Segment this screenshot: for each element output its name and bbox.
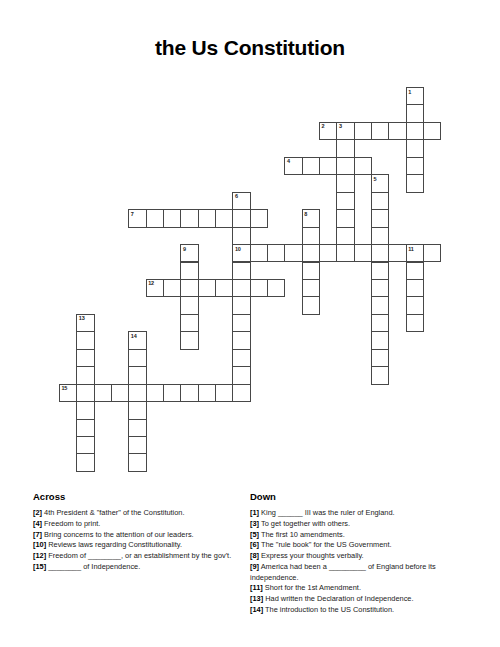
cell-r11-c11[interactable]	[250, 279, 268, 297]
cell-r13-c7[interactable]	[180, 314, 198, 332]
clues-down-section: Down [1] King ______ III was the ruler o…	[250, 491, 456, 616]
cell-r15-c18[interactable]	[371, 349, 389, 367]
cell-r17-c2[interactable]	[94, 384, 112, 402]
across-clue-list: [2] 4th President & "father" of the Cons…	[33, 508, 249, 573]
cell-r9-c11[interactable]	[250, 244, 268, 262]
clue-down-3: [3] To get together with others.	[250, 519, 456, 530]
cell-r18-c4[interactable]	[128, 401, 146, 419]
clue-across-10: [10] Reviews laws regarding Constitution…	[33, 540, 249, 551]
cell-r5-c16[interactable]	[336, 174, 354, 192]
cell-r15-c4[interactable]	[128, 349, 146, 367]
cell-r11-c10[interactable]	[232, 279, 250, 297]
cell-r3-c16[interactable]	[336, 139, 354, 157]
cell-r10-c14[interactable]	[302, 262, 320, 280]
cell-r9-c7[interactable]: 9	[180, 244, 198, 262]
clue-number-13: 13	[79, 315, 85, 321]
clue-across-12: [12] Freedom of ________, or an establis…	[33, 551, 249, 562]
clue-number-14: 14	[131, 333, 137, 339]
cell-r16-c10[interactable]	[232, 366, 250, 384]
cell-r11-c12[interactable]	[267, 279, 285, 297]
clue-number-6: 6	[235, 193, 238, 199]
cell-r2-c19[interactable]	[388, 122, 406, 140]
cell-r7-c7[interactable]	[180, 209, 198, 227]
cell-r17-c10[interactable]	[232, 384, 250, 402]
cell-r14-c4[interactable]: 14	[128, 331, 146, 349]
cell-r7-c18[interactable]	[371, 209, 389, 227]
cell-r10-c7[interactable]	[180, 262, 198, 280]
cell-r17-c7[interactable]	[180, 384, 198, 402]
cell-r12-c20[interactable]	[406, 296, 424, 314]
cell-r14-c18[interactable]	[371, 331, 389, 349]
cell-r7-c8[interactable]	[198, 209, 216, 227]
down-header: Down	[250, 491, 456, 502]
clue-down-13: [13] Had written the Declaration of Inde…	[250, 594, 456, 605]
cell-r8-c16[interactable]	[336, 227, 354, 245]
clue-down-14: [14] The introduction to the US Constitu…	[250, 605, 456, 616]
clues-across-section: Across [2] 4th President & "father" of t…	[33, 491, 249, 573]
crossword-page: the Us Constitution 12345678910111213141…	[0, 0, 500, 647]
clue-number-11: 11	[408, 246, 413, 252]
clue-number-1: 1	[408, 89, 411, 95]
cell-r4-c16[interactable]	[336, 157, 354, 175]
cell-r10-c18[interactable]	[371, 262, 389, 280]
cell-r2-c20[interactable]	[406, 122, 424, 140]
cell-r4-c17[interactable]	[354, 157, 372, 175]
cell-r11-c7[interactable]	[180, 279, 198, 297]
cell-r21-c4[interactable]	[128, 453, 146, 471]
clue-number-3: 3	[339, 123, 342, 129]
cell-r3-c20[interactable]	[406, 139, 424, 157]
cell-r15-c10[interactable]	[232, 349, 250, 367]
cell-r14-c10[interactable]	[232, 331, 250, 349]
cell-r6-c10[interactable]: 6	[232, 192, 250, 210]
cell-r11-c14[interactable]	[302, 279, 320, 297]
cell-r9-c21[interactable]	[423, 244, 441, 262]
cell-r11-c20[interactable]	[406, 279, 424, 297]
clue-down-8: [8] Express your thoughts verbally.	[250, 551, 456, 562]
cell-r11-c5[interactable]: 12	[146, 279, 164, 297]
cell-r17-c1[interactable]	[76, 384, 94, 402]
cell-r5-c20[interactable]	[406, 174, 424, 192]
cell-r1-c20[interactable]	[406, 104, 424, 122]
clue-number-9: 9	[183, 246, 186, 252]
clue-across-7: [7] Bring concerns to the attention of o…	[33, 530, 249, 541]
cell-r13-c10[interactable]	[232, 314, 250, 332]
clue-down-1: [1] King ______ III was the ruler of Eng…	[250, 508, 456, 519]
cell-r12-c10[interactable]	[232, 296, 250, 314]
cell-r4-c20[interactable]	[406, 157, 424, 175]
cell-r11-c6[interactable]	[163, 279, 181, 297]
clue-across-15: [15] ________ of Independence.	[33, 562, 249, 573]
cell-r19-c1[interactable]	[76, 419, 94, 437]
cell-r9-c12[interactable]	[267, 244, 285, 262]
cell-r11-c18[interactable]	[371, 279, 389, 297]
cell-r10-c10[interactable]	[232, 262, 250, 280]
clue-number-15: 15	[62, 385, 68, 391]
cell-r4-c13[interactable]: 4	[284, 157, 302, 175]
cell-r18-c1[interactable]	[76, 401, 94, 419]
cell-r9-c17[interactable]	[354, 244, 372, 262]
cell-r14-c7[interactable]	[180, 331, 198, 349]
cell-r8-c10[interactable]	[232, 227, 250, 245]
cell-r6-c16[interactable]	[336, 192, 354, 210]
cell-r17-c0[interactable]: 15	[59, 384, 77, 402]
cell-r7-c5[interactable]	[146, 209, 164, 227]
cell-r2-c21[interactable]	[423, 122, 441, 140]
cell-r7-c14[interactable]: 8	[302, 209, 320, 227]
cell-r19-c4[interactable]	[128, 419, 146, 437]
cell-r14-c1[interactable]	[76, 331, 94, 349]
cell-r2-c17[interactable]	[354, 122, 372, 140]
clue-number-5: 5	[374, 176, 377, 182]
cell-r15-c1[interactable]	[76, 349, 94, 367]
clue-number-8: 8	[304, 211, 307, 217]
cell-r17-c9[interactable]	[215, 384, 233, 402]
clue-down-11: [11] Short for the 1st Amendment.	[250, 583, 456, 594]
cell-r16-c1[interactable]	[76, 366, 94, 384]
cell-r16-c18[interactable]	[371, 366, 389, 384]
cell-r12-c14[interactable]	[302, 296, 320, 314]
clue-across-2: [2] 4th President & "father" of the Cons…	[33, 508, 249, 519]
cell-r6-c18[interactable]	[371, 192, 389, 210]
cell-r2-c15[interactable]: 2	[319, 122, 337, 140]
cell-r7-c9[interactable]	[215, 209, 233, 227]
cell-r7-c10[interactable]	[232, 209, 250, 227]
cell-r13-c1[interactable]: 13	[76, 314, 94, 332]
cell-r9-c16[interactable]	[336, 244, 354, 262]
cell-r4-c15[interactable]	[319, 157, 337, 175]
cell-r12-c7[interactable]	[180, 296, 198, 314]
cell-r7-c4[interactable]: 7	[128, 209, 146, 227]
down-clue-list: [1] King ______ III was the ruler of Eng…	[250, 508, 456, 616]
clue-down-6: [6] The "rule book" for the US Governmen…	[250, 540, 456, 551]
clue-across-4: [4] Freedom to print.	[33, 519, 249, 530]
cell-r12-c18[interactable]	[371, 296, 389, 314]
cell-r11-c8[interactable]	[198, 279, 216, 297]
cell-r8-c14[interactable]	[302, 227, 320, 245]
cell-r0-c20[interactable]: 1	[406, 87, 424, 105]
clue-number-12: 12	[148, 280, 154, 286]
cell-r9-c18[interactable]	[371, 244, 389, 262]
cell-r7-c11[interactable]	[250, 209, 268, 227]
clue-down-5: [5] The first 10 amendments.	[250, 530, 456, 541]
cell-r7-c6[interactable]	[163, 209, 181, 227]
cell-r20-c4[interactable]	[128, 436, 146, 454]
puzzle-title: the Us Constitution	[0, 36, 500, 60]
cell-r9-c14[interactable]	[302, 244, 320, 262]
cell-r2-c18[interactable]	[371, 122, 389, 140]
clue-number-7: 7	[131, 211, 134, 217]
cell-r7-c16[interactable]	[336, 209, 354, 227]
cell-r8-c18[interactable]	[371, 227, 389, 245]
cell-r16-c4[interactable]	[128, 366, 146, 384]
cell-r4-c14[interactable]	[302, 157, 320, 175]
cell-r5-c18[interactable]: 5	[371, 174, 389, 192]
cell-r17-c8[interactable]	[198, 384, 216, 402]
cell-r9-c13[interactable]	[284, 244, 302, 262]
cell-r20-c1[interactable]	[76, 436, 94, 454]
cell-r9-c15[interactable]	[319, 244, 337, 262]
cell-r17-c3[interactable]	[111, 384, 129, 402]
cell-r17-c6[interactable]	[163, 384, 181, 402]
cell-r9-c20[interactable]: 11	[406, 244, 424, 262]
cell-r13-c18[interactable]	[371, 314, 389, 332]
cell-r11-c9[interactable]	[215, 279, 233, 297]
clue-number-2: 2	[322, 123, 325, 129]
cell-r9-c10[interactable]: 10	[232, 244, 250, 262]
cell-r17-c4[interactable]	[128, 384, 146, 402]
across-header: Across	[33, 491, 249, 502]
cell-r2-c16[interactable]: 3	[336, 122, 354, 140]
cell-r10-c20[interactable]	[406, 262, 424, 280]
cell-r9-c19[interactable]	[388, 244, 406, 262]
clue-number-4: 4	[287, 158, 290, 164]
clue-down-9: [9] America had been a _________ of Engl…	[250, 562, 456, 584]
cell-r21-c1[interactable]	[76, 453, 94, 471]
cell-r17-c5[interactable]	[146, 384, 164, 402]
clue-number-10: 10	[235, 246, 241, 252]
cell-r13-c20[interactable]	[406, 314, 424, 332]
